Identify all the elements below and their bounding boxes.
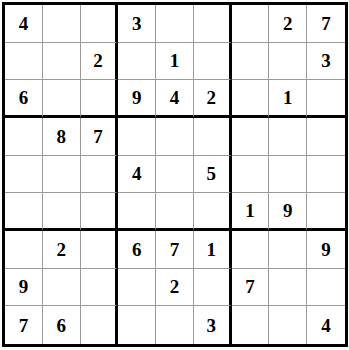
cell-r7c4-given: 6 — [118, 231, 156, 269]
cell-r9c6-given: 3 — [194, 306, 232, 344]
cell-r3c5-given: 4 — [156, 80, 194, 118]
cell-r5c8-empty[interactable] — [269, 156, 307, 194]
cell-r3c2-empty[interactable] — [43, 80, 81, 118]
cell-r6c3-empty[interactable] — [81, 193, 119, 231]
cell-r7c6-given: 1 — [194, 231, 232, 269]
cell-r6c8-given: 9 — [269, 193, 307, 231]
cell-r8c3-empty[interactable] — [81, 269, 119, 307]
cell-r4c6-empty[interactable] — [194, 118, 232, 156]
cell-r3c9-empty[interactable] — [307, 80, 345, 118]
cell-r2c6-empty[interactable] — [194, 43, 232, 81]
cell-r4c1-empty[interactable] — [5, 118, 43, 156]
cell-r9c7-empty[interactable] — [232, 306, 270, 344]
cell-r4c9-empty[interactable] — [307, 118, 345, 156]
cell-r3c1-given: 6 — [5, 80, 43, 118]
cell-r2c3-given: 2 — [81, 43, 119, 81]
cell-r4c3-given: 7 — [81, 118, 119, 156]
cell-r7c2-given: 2 — [43, 231, 81, 269]
cell-r9c5-empty[interactable] — [156, 306, 194, 344]
cell-r4c8-empty[interactable] — [269, 118, 307, 156]
cell-r7c5-given: 7 — [156, 231, 194, 269]
cell-r6c7-given: 1 — [232, 193, 270, 231]
cell-r5c9-empty[interactable] — [307, 156, 345, 194]
cell-r1c3-empty[interactable] — [81, 5, 119, 43]
cell-r5c7-empty[interactable] — [232, 156, 270, 194]
cell-r7c3-empty[interactable] — [81, 231, 119, 269]
cell-r8c4-empty[interactable] — [118, 269, 156, 307]
cell-r7c7-empty[interactable] — [232, 231, 270, 269]
cell-r6c6-empty[interactable] — [194, 193, 232, 231]
cell-r5c6-given: 5 — [194, 156, 232, 194]
cell-r7c8-empty[interactable] — [269, 231, 307, 269]
cell-r9c4-empty[interactable] — [118, 306, 156, 344]
cell-r8c7-given: 7 — [232, 269, 270, 307]
cell-r5c3-empty[interactable] — [81, 156, 119, 194]
cell-r2c9-given: 3 — [307, 43, 345, 81]
cell-r5c1-empty[interactable] — [5, 156, 43, 194]
cell-r8c5-given: 2 — [156, 269, 194, 307]
cell-r9c1-given: 7 — [5, 306, 43, 344]
cell-r1c6-empty[interactable] — [194, 5, 232, 43]
cell-r5c5-empty[interactable] — [156, 156, 194, 194]
cell-r2c4-empty[interactable] — [118, 43, 156, 81]
cell-r5c2-empty[interactable] — [43, 156, 81, 194]
cell-r9c2-given: 6 — [43, 306, 81, 344]
cell-r6c1-empty[interactable] — [5, 193, 43, 231]
cell-r1c2-empty[interactable] — [43, 5, 81, 43]
cell-r8c2-empty[interactable] — [43, 269, 81, 307]
cell-r6c9-empty[interactable] — [307, 193, 345, 231]
cell-r2c7-empty[interactable] — [232, 43, 270, 81]
cell-r1c1-given: 4 — [5, 5, 43, 43]
cell-r9c8-empty[interactable] — [269, 306, 307, 344]
cell-r3c4-given: 9 — [118, 80, 156, 118]
cell-r4c2-given: 8 — [43, 118, 81, 156]
cell-r8c9-empty[interactable] — [307, 269, 345, 307]
cell-r9c9-given: 4 — [307, 306, 345, 344]
cell-r2c5-given: 1 — [156, 43, 194, 81]
cell-r2c1-empty[interactable] — [5, 43, 43, 81]
cell-r1c9-given: 7 — [307, 5, 345, 43]
cell-r8c1-given: 9 — [5, 269, 43, 307]
cell-r3c6-given: 2 — [194, 80, 232, 118]
cell-r7c1-empty[interactable] — [5, 231, 43, 269]
cell-r7c9-given: 9 — [307, 231, 345, 269]
cell-r6c4-empty[interactable] — [118, 193, 156, 231]
cell-r5c4-given: 4 — [118, 156, 156, 194]
cell-r8c6-empty[interactable] — [194, 269, 232, 307]
cell-r8c8-empty[interactable] — [269, 269, 307, 307]
cell-r1c7-empty[interactable] — [232, 5, 270, 43]
cell-r1c5-empty[interactable] — [156, 5, 194, 43]
cell-r1c4-given: 3 — [118, 5, 156, 43]
cell-r4c5-empty[interactable] — [156, 118, 194, 156]
cell-r2c8-empty[interactable] — [269, 43, 307, 81]
sudoku-board: 432721369421874519267199277634 — [2, 2, 348, 347]
cell-r3c8-given: 1 — [269, 80, 307, 118]
cell-r6c5-empty[interactable] — [156, 193, 194, 231]
cell-r4c7-empty[interactable] — [232, 118, 270, 156]
cell-r4c4-empty[interactable] — [118, 118, 156, 156]
cell-r6c2-empty[interactable] — [43, 193, 81, 231]
cell-r9c3-empty[interactable] — [81, 306, 119, 344]
cell-r3c7-empty[interactable] — [232, 80, 270, 118]
cell-r1c8-given: 2 — [269, 5, 307, 43]
cell-r2c2-empty[interactable] — [43, 43, 81, 81]
cell-r3c3-empty[interactable] — [81, 80, 119, 118]
